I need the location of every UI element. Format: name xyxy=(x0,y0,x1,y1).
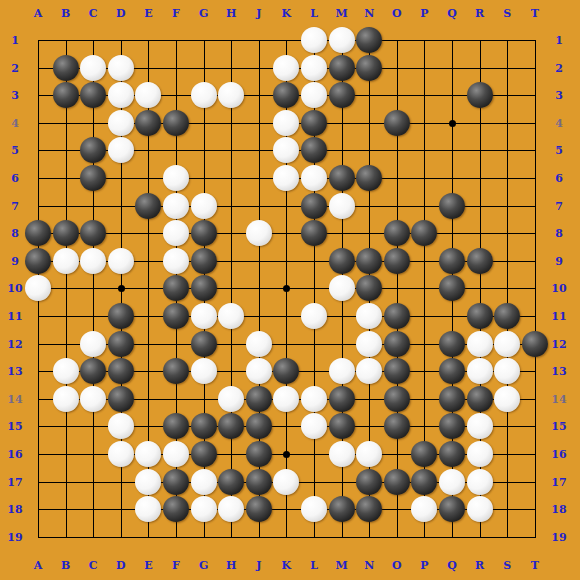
black-stone-C5[interactable] xyxy=(80,137,106,163)
col-label-bottom-J: J xyxy=(250,559,268,572)
white-stone-M1[interactable] xyxy=(329,27,355,53)
col-label-bottom-S: S xyxy=(498,559,516,572)
black-stone-R9[interactable] xyxy=(467,248,493,274)
black-stone-R3[interactable] xyxy=(467,82,493,108)
black-stone-F4[interactable] xyxy=(163,110,189,136)
black-stone-N6[interactable] xyxy=(356,165,382,191)
star-point-D10 xyxy=(118,285,125,292)
black-stone-G10[interactable] xyxy=(191,275,217,301)
row-label-right-13: 13 xyxy=(544,365,574,378)
black-stone-Q13[interactable] xyxy=(439,358,465,384)
white-stone-G17[interactable] xyxy=(191,469,217,495)
row-label-left-19: 19 xyxy=(2,531,28,544)
row-label-right-4: 4 xyxy=(544,117,574,130)
white-stone-P18[interactable] xyxy=(411,496,437,522)
white-stone-K4[interactable] xyxy=(273,110,299,136)
col-label-top-Q: Q xyxy=(443,7,461,20)
black-stone-H17[interactable] xyxy=(218,469,244,495)
col-label-bottom-C: C xyxy=(84,559,102,572)
black-stone-Q12[interactable] xyxy=(439,331,465,357)
row-label-left-16: 16 xyxy=(2,448,28,461)
row-label-right-9: 9 xyxy=(544,255,574,268)
black-stone-J18[interactable] xyxy=(246,496,272,522)
row-label-right-1: 1 xyxy=(544,34,574,47)
white-stone-L11[interactable] xyxy=(301,303,327,329)
white-stone-S12[interactable] xyxy=(494,331,520,357)
white-stone-M13[interactable] xyxy=(329,358,355,384)
black-stone-O13[interactable] xyxy=(384,358,410,384)
white-stone-E17[interactable] xyxy=(135,469,161,495)
row-label-right-7: 7 xyxy=(544,200,574,213)
black-stone-Q14[interactable] xyxy=(439,386,465,412)
col-label-top-C: C xyxy=(84,7,102,20)
col-label-top-A: A xyxy=(29,7,47,20)
white-stone-J8[interactable] xyxy=(246,220,272,246)
row-label-left-13: 13 xyxy=(2,365,28,378)
white-stone-R18[interactable] xyxy=(467,496,493,522)
black-stone-L8[interactable] xyxy=(301,220,327,246)
black-stone-R11[interactable] xyxy=(467,303,493,329)
white-stone-L2[interactable] xyxy=(301,55,327,81)
black-stone-M3[interactable] xyxy=(329,82,355,108)
row-label-right-10: 10 xyxy=(544,282,574,295)
black-stone-N10[interactable] xyxy=(356,275,382,301)
star-point-K10 xyxy=(283,285,290,292)
black-stone-K3[interactable] xyxy=(273,82,299,108)
white-stone-D3[interactable] xyxy=(108,82,134,108)
black-stone-Q7[interactable] xyxy=(439,193,465,219)
black-stone-D14[interactable] xyxy=(108,386,134,412)
white-stone-D2[interactable] xyxy=(108,55,134,81)
row-label-right-16: 16 xyxy=(544,448,574,461)
white-stone-N12[interactable] xyxy=(356,331,382,357)
grid-line-vertical xyxy=(507,40,508,538)
black-stone-C8[interactable] xyxy=(80,220,106,246)
row-label-left-14: 14 xyxy=(2,393,28,406)
black-stone-A9[interactable] xyxy=(25,248,51,274)
col-label-bottom-Q: Q xyxy=(443,559,461,572)
white-stone-R13[interactable] xyxy=(467,358,493,384)
white-stone-L15[interactable] xyxy=(301,413,327,439)
black-stone-A8[interactable] xyxy=(25,220,51,246)
black-stone-G12[interactable] xyxy=(191,331,217,357)
black-stone-L5[interactable] xyxy=(301,137,327,163)
row-label-left-7: 7 xyxy=(2,200,28,213)
row-label-right-3: 3 xyxy=(544,89,574,102)
white-stone-M16[interactable] xyxy=(329,441,355,467)
white-stone-H14[interactable] xyxy=(218,386,244,412)
white-stone-J13[interactable] xyxy=(246,358,272,384)
col-label-top-J: J xyxy=(250,7,268,20)
row-label-right-2: 2 xyxy=(544,62,574,75)
black-stone-S11[interactable] xyxy=(494,303,520,329)
black-stone-B2[interactable] xyxy=(53,55,79,81)
white-stone-S14[interactable] xyxy=(494,386,520,412)
white-stone-H11[interactable] xyxy=(218,303,244,329)
black-stone-D13[interactable] xyxy=(108,358,134,384)
white-stone-L6[interactable] xyxy=(301,165,327,191)
black-stone-G16[interactable] xyxy=(191,441,217,467)
black-stone-L4[interactable] xyxy=(301,110,327,136)
black-stone-O14[interactable] xyxy=(384,386,410,412)
black-stone-B3[interactable] xyxy=(53,82,79,108)
white-stone-D5[interactable] xyxy=(108,137,134,163)
black-stone-O8[interactable] xyxy=(384,220,410,246)
black-stone-F11[interactable] xyxy=(163,303,189,329)
black-stone-E7[interactable] xyxy=(135,193,161,219)
row-label-left-18: 18 xyxy=(2,503,28,516)
black-stone-N18[interactable] xyxy=(356,496,382,522)
col-label-top-P: P xyxy=(415,7,433,20)
white-stone-K6[interactable] xyxy=(273,165,299,191)
row-label-right-18: 18 xyxy=(544,503,574,516)
white-stone-R16[interactable] xyxy=(467,441,493,467)
row-label-left-6: 6 xyxy=(2,172,28,185)
black-stone-J15[interactable] xyxy=(246,413,272,439)
grid-line-horizontal xyxy=(38,537,536,538)
white-stone-D15[interactable] xyxy=(108,413,134,439)
row-label-left-12: 12 xyxy=(2,338,28,351)
black-stone-O4[interactable] xyxy=(384,110,410,136)
white-stone-G13[interactable] xyxy=(191,358,217,384)
white-stone-F7[interactable] xyxy=(163,193,189,219)
white-stone-F6[interactable] xyxy=(163,165,189,191)
white-stone-F16[interactable] xyxy=(163,441,189,467)
row-label-left-17: 17 xyxy=(2,476,28,489)
col-label-bottom-K: K xyxy=(277,559,295,572)
white-stone-D4[interactable] xyxy=(108,110,134,136)
white-stone-C12[interactable] xyxy=(80,331,106,357)
white-stone-A10[interactable] xyxy=(25,275,51,301)
white-stone-E18[interactable] xyxy=(135,496,161,522)
black-stone-N1[interactable] xyxy=(356,27,382,53)
black-stone-O9[interactable] xyxy=(384,248,410,274)
col-label-bottom-E: E xyxy=(139,559,157,572)
col-label-top-B: B xyxy=(57,7,75,20)
white-stone-G18[interactable] xyxy=(191,496,217,522)
black-stone-O15[interactable] xyxy=(384,413,410,439)
white-stone-L14[interactable] xyxy=(301,386,327,412)
white-stone-N16[interactable] xyxy=(356,441,382,467)
col-label-bottom-N: N xyxy=(360,559,378,572)
white-stone-B13[interactable] xyxy=(53,358,79,384)
star-point-Q4 xyxy=(449,120,456,127)
white-stone-R12[interactable] xyxy=(467,331,493,357)
white-stone-R15[interactable] xyxy=(467,413,493,439)
white-stone-M10[interactable] xyxy=(329,275,355,301)
black-stone-E4[interactable] xyxy=(135,110,161,136)
black-stone-P17[interactable] xyxy=(411,469,437,495)
goban: ABCDEFGHJKLMNOPQRST ABCDEFGHJKLMNOPQRST … xyxy=(0,0,580,580)
black-stone-M6[interactable] xyxy=(329,165,355,191)
black-stone-M9[interactable] xyxy=(329,248,355,274)
col-label-bottom-H: H xyxy=(222,559,240,572)
black-stone-P16[interactable] xyxy=(411,441,437,467)
black-stone-N9[interactable] xyxy=(356,248,382,274)
black-stone-Q16[interactable] xyxy=(439,441,465,467)
col-label-top-E: E xyxy=(139,7,157,20)
row-label-left-3: 3 xyxy=(2,89,28,102)
black-stone-M2[interactable] xyxy=(329,55,355,81)
black-stone-R14[interactable] xyxy=(467,386,493,412)
black-stone-C6[interactable] xyxy=(80,165,106,191)
white-stone-Q17[interactable] xyxy=(439,469,465,495)
white-stone-C2[interactable] xyxy=(80,55,106,81)
col-label-top-H: H xyxy=(222,7,240,20)
black-stone-C13[interactable] xyxy=(80,358,106,384)
white-stone-C14[interactable] xyxy=(80,386,106,412)
row-label-right-6: 6 xyxy=(544,172,574,185)
white-stone-L1[interactable] xyxy=(301,27,327,53)
black-stone-Q10[interactable] xyxy=(439,275,465,301)
white-stone-G3[interactable] xyxy=(191,82,217,108)
black-stone-L7[interactable] xyxy=(301,193,327,219)
white-stone-D16[interactable] xyxy=(108,441,134,467)
col-label-top-S: S xyxy=(498,7,516,20)
white-stone-L3[interactable] xyxy=(301,82,327,108)
white-stone-C9[interactable] xyxy=(80,248,106,274)
black-stone-F13[interactable] xyxy=(163,358,189,384)
col-label-top-D: D xyxy=(112,7,130,20)
white-stone-K5[interactable] xyxy=(273,137,299,163)
black-stone-H15[interactable] xyxy=(218,413,244,439)
white-stone-R17[interactable] xyxy=(467,469,493,495)
black-stone-P8[interactable] xyxy=(411,220,437,246)
col-label-top-N: N xyxy=(360,7,378,20)
black-stone-J16[interactable] xyxy=(246,441,272,467)
col-label-bottom-T: T xyxy=(526,559,544,572)
white-stone-N13[interactable] xyxy=(356,358,382,384)
white-stone-G7[interactable] xyxy=(191,193,217,219)
black-stone-N2[interactable] xyxy=(356,55,382,81)
white-stone-B9[interactable] xyxy=(53,248,79,274)
black-stone-M15[interactable] xyxy=(329,413,355,439)
black-stone-D12[interactable] xyxy=(108,331,134,357)
row-label-right-12: 12 xyxy=(544,338,574,351)
white-stone-D9[interactable] xyxy=(108,248,134,274)
row-label-right-17: 17 xyxy=(544,476,574,489)
row-label-right-8: 8 xyxy=(544,227,574,240)
black-stone-G9[interactable] xyxy=(191,248,217,274)
col-label-top-M: M xyxy=(333,7,351,20)
white-stone-F9[interactable] xyxy=(163,248,189,274)
row-label-right-14: 14 xyxy=(544,393,574,406)
white-stone-G11[interactable] xyxy=(191,303,217,329)
black-stone-Q18[interactable] xyxy=(439,496,465,522)
col-label-top-F: F xyxy=(167,7,185,20)
row-label-left-11: 11 xyxy=(2,310,28,323)
black-stone-O11[interactable] xyxy=(384,303,410,329)
white-stone-N11[interactable] xyxy=(356,303,382,329)
col-label-top-R: R xyxy=(471,7,489,20)
white-stone-E16[interactable] xyxy=(135,441,161,467)
row-label-left-15: 15 xyxy=(2,420,28,433)
row-label-left-4: 4 xyxy=(2,117,28,130)
col-label-bottom-A: A xyxy=(29,559,47,572)
white-stone-F8[interactable] xyxy=(163,220,189,246)
black-stone-N17[interactable] xyxy=(356,469,382,495)
row-label-left-1: 1 xyxy=(2,34,28,47)
black-stone-F15[interactable] xyxy=(163,413,189,439)
col-label-top-L: L xyxy=(305,7,323,20)
black-stone-J17[interactable] xyxy=(246,469,272,495)
col-label-top-O: O xyxy=(388,7,406,20)
black-stone-D11[interactable] xyxy=(108,303,134,329)
row-label-right-19: 19 xyxy=(544,531,574,544)
white-stone-J12[interactable] xyxy=(246,331,272,357)
col-label-bottom-F: F xyxy=(167,559,185,572)
black-stone-K13[interactable] xyxy=(273,358,299,384)
grid-line-vertical xyxy=(535,40,536,538)
black-stone-Q15[interactable] xyxy=(439,413,465,439)
black-stone-J14[interactable] xyxy=(246,386,272,412)
row-label-left-5: 5 xyxy=(2,144,28,157)
col-label-bottom-L: L xyxy=(305,559,323,572)
black-stone-G15[interactable] xyxy=(191,413,217,439)
black-stone-F18[interactable] xyxy=(163,496,189,522)
col-label-bottom-P: P xyxy=(415,559,433,572)
col-label-top-G: G xyxy=(195,7,213,20)
black-stone-M18[interactable] xyxy=(329,496,355,522)
black-stone-O12[interactable] xyxy=(384,331,410,357)
black-stone-Q9[interactable] xyxy=(439,248,465,274)
col-label-bottom-D: D xyxy=(112,559,130,572)
row-label-right-11: 11 xyxy=(544,310,574,323)
col-label-bottom-M: M xyxy=(333,559,351,572)
black-stone-G8[interactable] xyxy=(191,220,217,246)
white-stone-B14[interactable] xyxy=(53,386,79,412)
white-stone-S13[interactable] xyxy=(494,358,520,384)
black-stone-O17[interactable] xyxy=(384,469,410,495)
white-stone-K14[interactable] xyxy=(273,386,299,412)
white-stone-H18[interactable] xyxy=(218,496,244,522)
white-stone-E3[interactable] xyxy=(135,82,161,108)
col-label-bottom-G: G xyxy=(195,559,213,572)
white-stone-H3[interactable] xyxy=(218,82,244,108)
black-stone-F17[interactable] xyxy=(163,469,189,495)
white-stone-L18[interactable] xyxy=(301,496,327,522)
col-label-top-T: T xyxy=(526,7,544,20)
col-label-top-K: K xyxy=(277,7,295,20)
row-label-left-2: 2 xyxy=(2,62,28,75)
row-label-right-5: 5 xyxy=(544,144,574,157)
black-stone-M14[interactable] xyxy=(329,386,355,412)
col-label-bottom-B: B xyxy=(57,559,75,572)
col-label-bottom-R: R xyxy=(471,559,489,572)
col-label-bottom-O: O xyxy=(388,559,406,572)
row-label-right-15: 15 xyxy=(544,420,574,433)
black-stone-B8[interactable] xyxy=(53,220,79,246)
white-stone-M7[interactable] xyxy=(329,193,355,219)
black-stone-F10[interactable] xyxy=(163,275,189,301)
black-stone-C3[interactable] xyxy=(80,82,106,108)
star-point-K16 xyxy=(283,451,290,458)
white-stone-K17[interactable] xyxy=(273,469,299,495)
white-stone-K2[interactable] xyxy=(273,55,299,81)
black-stone-T12[interactable] xyxy=(522,331,548,357)
